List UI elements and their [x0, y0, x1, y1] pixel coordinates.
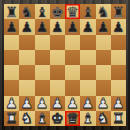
board-square-r0c6[interactable]: ♞ [96, 4, 111, 19]
board-square-r6c4[interactable]: ♟ [65, 96, 80, 111]
piece-white-bishop: ♝ [36, 111, 49, 125]
board-square-r6c6[interactable]: ♟ [96, 96, 111, 111]
board-square-r7c3[interactable]: ♚ [50, 111, 65, 126]
board-square-r6c0[interactable]: ♟ [4, 96, 19, 111]
piece-white-rook: ♜ [5, 111, 18, 125]
piece-black-bishop: ♝ [36, 4, 49, 18]
piece-black-queen: ♛ [66, 4, 79, 18]
board-square-r4c2[interactable] [35, 65, 50, 80]
piece-black-pawn: ♟ [112, 19, 125, 33]
board-square-r0c2[interactable]: ♝ [35, 4, 50, 19]
chess-board: ♜♞♝♚♛♝♞♜♟♟♟♟♟♟♟♟♟♟♟♟♟♟♟♟♜♞♝♚♛♝♞♜ [4, 4, 126, 126]
piece-black-knight: ♞ [97, 4, 110, 18]
piece-white-king: ♚ [51, 111, 64, 125]
board-square-r3c1[interactable] [19, 50, 34, 65]
board-square-r5c7[interactable] [111, 80, 126, 95]
board-square-r1c7[interactable]: ♟ [111, 19, 126, 34]
piece-white-pawn: ♟ [97, 96, 110, 110]
piece-black-pawn: ♟ [5, 19, 18, 33]
piece-white-pawn: ♟ [82, 96, 95, 110]
board-square-r4c3[interactable] [50, 65, 65, 80]
piece-white-pawn: ♟ [5, 96, 18, 110]
board-square-r3c4[interactable] [65, 50, 80, 65]
board-square-r3c6[interactable] [96, 50, 111, 65]
board-square-r7c4[interactable]: ♛ [65, 111, 80, 126]
board-square-r2c1[interactable] [19, 35, 34, 50]
board-square-r5c2[interactable] [35, 80, 50, 95]
board-square-r3c5[interactable] [80, 50, 95, 65]
board-square-r4c7[interactable] [111, 65, 126, 80]
board-square-r0c7[interactable]: ♜ [111, 4, 126, 19]
piece-white-rook: ♜ [112, 111, 125, 125]
board-square-r6c7[interactable]: ♟ [111, 96, 126, 111]
board-square-r6c1[interactable]: ♟ [19, 96, 34, 111]
piece-white-pawn: ♟ [66, 96, 79, 110]
board-square-r0c0[interactable]: ♜ [4, 4, 19, 19]
board-square-r0c1[interactable]: ♞ [19, 4, 34, 19]
board-square-r6c5[interactable]: ♟ [80, 96, 95, 111]
piece-white-queen: ♛ [66, 111, 79, 125]
chess-board-frame: ♜♞♝♚♛♝♞♜♟♟♟♟♟♟♟♟♟♟♟♟♟♟♟♟♜♞♝♚♛♝♞♜ [0, 0, 130, 130]
board-square-r2c5[interactable] [80, 35, 95, 50]
board-square-r3c7[interactable] [111, 50, 126, 65]
piece-black-pawn: ♟ [21, 19, 34, 33]
piece-black-king: ♚ [51, 4, 64, 18]
board-square-r5c4[interactable] [65, 80, 80, 95]
piece-white-pawn: ♟ [51, 96, 64, 110]
board-square-r1c3[interactable]: ♟ [50, 19, 65, 34]
board-square-r7c5[interactable]: ♝ [80, 111, 95, 126]
board-square-r3c0[interactable] [4, 50, 19, 65]
board-square-r6c2[interactable]: ♟ [35, 96, 50, 111]
board-square-r3c2[interactable] [35, 50, 50, 65]
board-square-r1c2[interactable]: ♟ [35, 19, 50, 34]
board-square-r5c1[interactable] [19, 80, 34, 95]
board-square-r1c4[interactable]: ♟ [65, 19, 80, 34]
piece-white-knight: ♞ [21, 111, 34, 125]
piece-white-knight: ♞ [97, 111, 110, 125]
board-square-r5c3[interactable] [50, 80, 65, 95]
board-square-r4c4[interactable] [65, 65, 80, 80]
board-square-r2c0[interactable] [4, 35, 19, 50]
board-square-r7c0[interactable]: ♜ [4, 111, 19, 126]
board-square-r2c3[interactable] [50, 35, 65, 50]
piece-white-pawn: ♟ [112, 96, 125, 110]
piece-white-bishop: ♝ [82, 111, 95, 125]
board-square-r0c5[interactable]: ♝ [80, 4, 95, 19]
board-square-r4c0[interactable] [4, 65, 19, 80]
board-square-r5c0[interactable] [4, 80, 19, 95]
board-square-r1c0[interactable]: ♟ [4, 19, 19, 34]
piece-white-pawn: ♟ [36, 96, 49, 110]
piece-black-pawn: ♟ [66, 19, 79, 33]
board-square-r5c6[interactable] [96, 80, 111, 95]
piece-black-rook: ♜ [5, 4, 18, 18]
piece-black-bishop: ♝ [82, 4, 95, 18]
board-square-r4c1[interactable] [19, 65, 34, 80]
board-square-r7c1[interactable]: ♞ [19, 111, 34, 126]
board-square-r7c2[interactable]: ♝ [35, 111, 50, 126]
board-square-r6c3[interactable]: ♟ [50, 96, 65, 111]
board-square-r3c3[interactable] [50, 50, 65, 65]
board-square-r7c6[interactable]: ♞ [96, 111, 111, 126]
piece-black-pawn: ♟ [36, 19, 49, 33]
board-square-r0c3[interactable]: ♚ [50, 4, 65, 19]
board-square-r1c5[interactable]: ♟ [80, 19, 95, 34]
board-square-r1c1[interactable]: ♟ [19, 19, 34, 34]
piece-white-pawn: ♟ [21, 96, 34, 110]
piece-black-pawn: ♟ [82, 19, 95, 33]
board-square-r2c7[interactable] [111, 35, 126, 50]
piece-black-pawn: ♟ [97, 19, 110, 33]
board-square-r5c5[interactable] [80, 80, 95, 95]
board-square-r4c6[interactable] [96, 65, 111, 80]
board-square-r2c4[interactable] [65, 35, 80, 50]
piece-black-knight: ♞ [21, 4, 34, 18]
board-square-r4c5[interactable] [80, 65, 95, 80]
piece-black-pawn: ♟ [51, 19, 64, 33]
board-square-r7c7[interactable]: ♜ [111, 111, 126, 126]
piece-black-rook: ♜ [112, 4, 125, 18]
board-square-r2c2[interactable] [35, 35, 50, 50]
board-square-r0c4[interactable]: ♛ [65, 4, 80, 19]
board-square-r1c6[interactable]: ♟ [96, 19, 111, 34]
board-square-r2c6[interactable] [96, 35, 111, 50]
